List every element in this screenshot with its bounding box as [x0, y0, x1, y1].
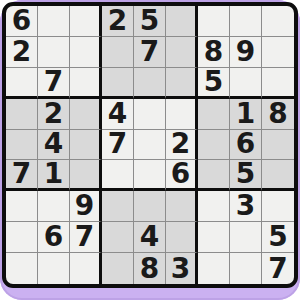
cell-r9c1[interactable]	[6, 253, 38, 284]
cell-r4c7[interactable]	[198, 99, 230, 130]
cell-r1c6[interactable]	[166, 6, 198, 37]
cell-r4c1[interactable]	[6, 99, 38, 130]
cell-r3c9[interactable]	[262, 68, 294, 99]
cell-r5c3[interactable]	[70, 130, 102, 161]
cell-r6c4[interactable]	[102, 160, 134, 191]
cell-r9c8[interactable]	[230, 253, 262, 284]
cell-r2c4[interactable]	[102, 37, 134, 68]
cell-r2c3[interactable]	[70, 37, 102, 68]
cell-r3c2[interactable]: 7	[38, 68, 70, 99]
cell-r9c3[interactable]	[70, 253, 102, 284]
cell-r1c2[interactable]	[38, 6, 70, 37]
cell-r8c9[interactable]: 5	[262, 222, 294, 253]
cell-r1c4[interactable]: 2	[102, 6, 134, 37]
cell-r8c4[interactable]	[102, 222, 134, 253]
cell-r2c7[interactable]: 8	[198, 37, 230, 68]
cell-r5c8[interactable]: 6	[230, 130, 262, 161]
cell-r7c4[interactable]	[102, 191, 134, 222]
cell-r2c5[interactable]: 7	[134, 37, 166, 68]
cell-r4c2[interactable]: 2	[38, 99, 70, 130]
cell-r3c3[interactable]	[70, 68, 102, 99]
cell-r7c3[interactable]: 9	[70, 191, 102, 222]
cell-r6c7[interactable]	[198, 160, 230, 191]
cell-r2c8[interactable]: 9	[230, 37, 262, 68]
cell-r3c4[interactable]	[102, 68, 134, 99]
cell-r1c9[interactable]	[262, 6, 294, 37]
cell-r7c6[interactable]	[166, 191, 198, 222]
cell-r5c4[interactable]: 7	[102, 130, 134, 161]
cell-r3c6[interactable]	[166, 68, 198, 99]
cell-r1c3[interactable]	[70, 6, 102, 37]
cell-r3c1[interactable]	[6, 68, 38, 99]
cell-r9c6[interactable]: 3	[166, 253, 198, 284]
cell-r4c6[interactable]	[166, 99, 198, 130]
cell-r5c1[interactable]	[6, 130, 38, 161]
cell-r8c2[interactable]: 6	[38, 222, 70, 253]
cell-r7c5[interactable]	[134, 191, 166, 222]
cell-r7c2[interactable]	[38, 191, 70, 222]
cell-r4c4[interactable]: 4	[102, 99, 134, 130]
cell-r4c5[interactable]	[134, 99, 166, 130]
sudoku-board: 625278975241847267165936745837	[2, 2, 298, 288]
cell-r2c1[interactable]: 2	[6, 37, 38, 68]
cell-r5c9[interactable]	[262, 130, 294, 161]
cell-r1c7[interactable]	[198, 6, 230, 37]
cell-r8c3[interactable]: 7	[70, 222, 102, 253]
cell-r6c9[interactable]	[262, 160, 294, 191]
cell-r6c6[interactable]: 6	[166, 160, 198, 191]
cell-r3c5[interactable]	[134, 68, 166, 99]
cell-r9c4[interactable]	[102, 253, 134, 284]
screenshot-root: 625278975241847267165936745837	[0, 0, 300, 300]
cell-r9c9[interactable]: 7	[262, 253, 294, 284]
cell-r1c8[interactable]	[230, 6, 262, 37]
cell-r5c2[interactable]: 4	[38, 130, 70, 161]
cell-r4c8[interactable]: 1	[230, 99, 262, 130]
cell-r4c3[interactable]	[70, 99, 102, 130]
cell-r8c5[interactable]: 4	[134, 222, 166, 253]
app-icon-background: 625278975241847267165936745837	[0, 0, 300, 300]
cell-r7c8[interactable]: 3	[230, 191, 262, 222]
cell-r5c6[interactable]: 2	[166, 130, 198, 161]
cell-r3c7[interactable]: 5	[198, 68, 230, 99]
cell-r6c1[interactable]: 7	[6, 160, 38, 191]
cell-r4c9[interactable]: 8	[262, 99, 294, 130]
cell-r8c6[interactable]	[166, 222, 198, 253]
cell-r8c7[interactable]	[198, 222, 230, 253]
cell-r7c7[interactable]	[198, 191, 230, 222]
cell-r2c9[interactable]	[262, 37, 294, 68]
cell-r6c3[interactable]	[70, 160, 102, 191]
cell-r5c5[interactable]	[134, 130, 166, 161]
sudoku-grid: 625278975241847267165936745837	[6, 6, 294, 284]
cell-r6c2[interactable]: 1	[38, 160, 70, 191]
cell-r6c8[interactable]: 5	[230, 160, 262, 191]
cell-r6c5[interactable]	[134, 160, 166, 191]
cell-r3c8[interactable]	[230, 68, 262, 99]
cell-r2c2[interactable]	[38, 37, 70, 68]
cell-r1c5[interactable]: 5	[134, 6, 166, 37]
cell-r8c1[interactable]	[6, 222, 38, 253]
cell-r5c7[interactable]	[198, 130, 230, 161]
cell-r8c8[interactable]	[230, 222, 262, 253]
cell-r7c9[interactable]	[262, 191, 294, 222]
cell-r9c7[interactable]	[198, 253, 230, 284]
cell-r7c1[interactable]	[6, 191, 38, 222]
cell-r9c5[interactable]: 8	[134, 253, 166, 284]
cell-r1c1[interactable]: 6	[6, 6, 38, 37]
cell-r2c6[interactable]	[166, 37, 198, 68]
cell-r9c2[interactable]	[38, 253, 70, 284]
